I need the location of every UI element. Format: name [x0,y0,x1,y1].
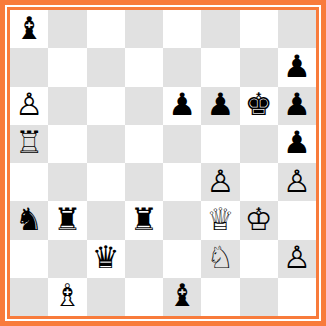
square-g5[interactable] [240,125,278,163]
black-bishop-piece: ♝ [168,280,196,311]
square-b4[interactable] [48,163,86,201]
square-c6[interactable] [87,87,125,125]
square-a2[interactable] [10,240,48,278]
black-queen-piece: ♛ [92,242,120,273]
square-e2[interactable] [163,240,201,278]
square-h1[interactable] [278,278,316,316]
white-rook-piece: ♖ [15,127,43,158]
square-h6[interactable]: ♟ [278,87,316,125]
square-d6[interactable] [125,87,163,125]
square-d4[interactable] [125,163,163,201]
square-f1[interactable] [201,278,239,316]
square-f4[interactable]: ♙ [201,163,239,201]
square-a8[interactable]: ♝ [10,10,48,48]
white-pawn-piece: ♙ [283,242,311,273]
white-knight-piece: ♘ [206,242,234,273]
square-a3[interactable]: ♞ [10,201,48,239]
chess-board: ♝♟♙♟♟♚♟♖♟♙♙♞♜♜♕♔♛♘♙♗♝ [7,7,319,319]
square-h4[interactable]: ♙ [278,163,316,201]
square-g7[interactable] [240,48,278,86]
square-h3[interactable] [278,201,316,239]
square-e1[interactable]: ♝ [163,278,201,316]
square-c2[interactable]: ♛ [87,240,125,278]
square-g2[interactable] [240,240,278,278]
black-knight-piece: ♞ [15,204,43,235]
square-a5[interactable]: ♖ [10,125,48,163]
square-e7[interactable] [163,48,201,86]
square-e3[interactable] [163,201,201,239]
square-c8[interactable] [87,10,125,48]
white-pawn-piece: ♙ [206,166,234,197]
square-g4[interactable] [240,163,278,201]
square-h7[interactable]: ♟ [278,48,316,86]
square-d1[interactable] [125,278,163,316]
square-f6[interactable]: ♟ [201,87,239,125]
square-g8[interactable] [240,10,278,48]
square-f8[interactable] [201,10,239,48]
square-e8[interactable] [163,10,201,48]
black-bishop-piece: ♝ [15,13,43,44]
square-h8[interactable] [278,10,316,48]
square-b5[interactable] [48,125,86,163]
square-a7[interactable] [10,48,48,86]
square-f7[interactable] [201,48,239,86]
chess-app: { "game": "chess", "position": { "fen": … [0,0,326,326]
square-c1[interactable] [87,278,125,316]
square-a6[interactable]: ♙ [10,87,48,125]
black-pawn-piece: ♟ [283,51,311,82]
square-g1[interactable] [240,278,278,316]
white-queen-piece: ♕ [206,204,234,235]
square-c3[interactable] [87,201,125,239]
black-pawn-piece: ♟ [168,89,196,120]
square-d5[interactable] [125,125,163,163]
square-b3[interactable]: ♜ [48,201,86,239]
square-d2[interactable] [125,240,163,278]
square-c7[interactable] [87,48,125,86]
square-c4[interactable] [87,163,125,201]
square-f5[interactable] [201,125,239,163]
white-king-piece: ♔ [245,204,273,235]
white-pawn-piece: ♙ [15,89,43,120]
white-bishop-piece: ♗ [53,280,81,311]
board-frame: ♝♟♙♟♟♚♟♖♟♙♙♞♜♜♕♔♛♘♙♗♝ [5,5,321,321]
square-d8[interactable] [125,10,163,48]
square-g6[interactable]: ♚ [240,87,278,125]
square-b2[interactable] [48,240,86,278]
black-pawn-piece: ♟ [283,89,311,120]
square-d7[interactable] [125,48,163,86]
square-b6[interactable] [48,87,86,125]
square-e4[interactable] [163,163,201,201]
square-h2[interactable]: ♙ [278,240,316,278]
square-e5[interactable] [163,125,201,163]
square-h5[interactable]: ♟ [278,125,316,163]
black-pawn-piece: ♟ [206,89,234,120]
square-a4[interactable] [10,163,48,201]
square-c5[interactable] [87,125,125,163]
square-f2[interactable]: ♘ [201,240,239,278]
square-e6[interactable]: ♟ [163,87,201,125]
black-pawn-piece: ♟ [283,127,311,158]
black-king-piece: ♚ [245,89,273,120]
square-d3[interactable]: ♜ [125,201,163,239]
black-rook-piece: ♜ [130,204,158,235]
square-a1[interactable] [10,278,48,316]
square-g3[interactable]: ♔ [240,201,278,239]
square-f3[interactable]: ♕ [201,201,239,239]
black-rook-piece: ♜ [53,204,81,235]
white-pawn-piece: ♙ [283,166,311,197]
square-b8[interactable] [48,10,86,48]
square-b7[interactable] [48,48,86,86]
square-b1[interactable]: ♗ [48,278,86,316]
